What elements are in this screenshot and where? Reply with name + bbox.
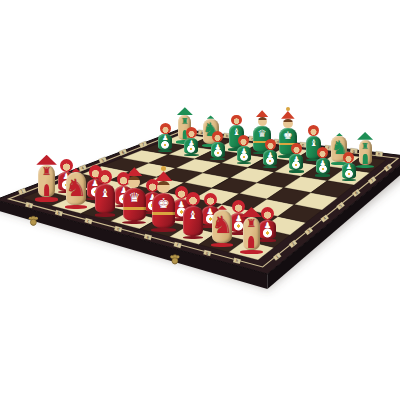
piece-green-pawn-e7[interactable]: ♟ xyxy=(263,141,277,168)
piece-red-queen-d1[interactable]: ♛ xyxy=(123,165,146,224)
piece-red-knight-g1[interactable]: ♞ xyxy=(211,203,233,246)
piece-red-bishop-c1[interactable]: ♝ xyxy=(95,169,115,216)
product-photo-scene: aa11bb22cc33dd44ee55ff66gg77hh88 ♜♞♝♟♛♟♚… xyxy=(0,0,400,400)
piece-green-pawn-d7[interactable]: ♟ xyxy=(237,137,251,164)
piece-green-pawn-b7[interactable]: ♟ xyxy=(184,129,198,156)
piece-green-pawn-a7[interactable]: ♟ xyxy=(158,125,172,152)
pawn-glyph: ♟ xyxy=(214,143,220,150)
piece-green-pawn-h7[interactable]: ♟ xyxy=(342,153,356,180)
rook-glyph: ♜ xyxy=(361,142,369,150)
pawn-glyph: ♟ xyxy=(188,139,194,146)
piece-green-pawn-g7[interactable]: ♟ xyxy=(316,149,330,176)
rook-door xyxy=(44,184,50,196)
pawn-glyph: ♟ xyxy=(162,134,168,141)
bishop-glyph: ♝ xyxy=(310,139,318,148)
bishop-glyph: ♝ xyxy=(100,188,110,199)
king-glyph: ♚ xyxy=(157,197,169,211)
pawn-glyph: ♟ xyxy=(264,221,272,229)
queen-glyph: ♛ xyxy=(258,129,267,139)
piece-red-bishop-f1[interactable]: ♝ xyxy=(183,192,203,239)
piece-red-knight-b1[interactable]: ♞ xyxy=(65,166,87,209)
pawn-glyph: ♟ xyxy=(319,159,325,166)
piece-green-rook-h8[interactable]: ♜ xyxy=(357,130,374,168)
pawn-glyph: ♟ xyxy=(267,151,273,158)
piece-red-king-e1[interactable]: ♚ xyxy=(152,166,176,232)
rook-glyph: ♜ xyxy=(42,167,52,178)
pawn-glyph: ♟ xyxy=(346,163,352,170)
knight-glyph: ♞ xyxy=(65,176,87,200)
knight-glyph: ♞ xyxy=(211,213,233,237)
piece-red-rook-a1[interactable]: ♜ xyxy=(36,152,58,201)
rook-glyph: ♜ xyxy=(247,219,257,230)
piece-red-rook-h1[interactable]: ♜ xyxy=(241,205,263,254)
piece-green-pawn-c7[interactable]: ♟ xyxy=(211,133,225,160)
rook-door xyxy=(248,236,254,248)
file-label-back-h: h xyxy=(375,151,383,157)
pawn-glyph: ♟ xyxy=(241,147,247,154)
king-glyph: ♚ xyxy=(283,131,293,142)
pawn-glyph: ♟ xyxy=(293,155,299,162)
rook-glyph: ♜ xyxy=(181,117,189,125)
rook-door xyxy=(363,154,367,164)
piece-green-pawn-f7[interactable]: ♟ xyxy=(289,145,303,172)
queen-glyph: ♛ xyxy=(128,191,140,204)
bishop-glyph: ♝ xyxy=(188,210,198,221)
